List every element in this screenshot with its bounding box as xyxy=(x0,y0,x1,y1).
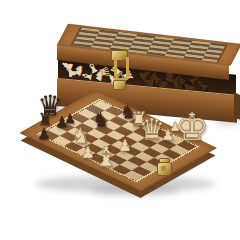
clasp-hasp-icon xyxy=(114,57,129,81)
piece-dark-pawn: ♟ xyxy=(37,127,50,142)
piece-light-pawn: ♟ xyxy=(118,138,132,154)
chess-set-product-photo: ♟ ♞ ♝ ♛ ♜ ♟ ♝ ♞ ♟ ♜ ♟ ♜ ♞ ♛ ♝ ♟ ♞ ♜ ♟ ♝ xyxy=(0,0,240,240)
latch-hole-icon xyxy=(161,166,166,171)
clasp-keeper-icon xyxy=(113,80,126,90)
stored-light-piece: ♟ xyxy=(67,67,79,79)
piece-light-king: ♚ xyxy=(175,108,209,146)
piece-light-bishop: ♝ xyxy=(94,143,118,170)
piece-dark-knight: ♞ xyxy=(92,110,109,129)
